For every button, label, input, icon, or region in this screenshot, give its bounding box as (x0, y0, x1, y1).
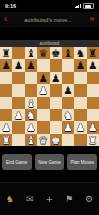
piece-white-king[interactable]: ♚ (50, 134, 62, 146)
tab-players-icon[interactable]: ✉ (26, 195, 34, 204)
resign-flag-icon[interactable]: ⚑ (89, 16, 95, 24)
piece-white-bishop[interactable]: ♝ (25, 97, 37, 109)
square-c5[interactable] (25, 84, 37, 96)
square-h6[interactable] (87, 72, 99, 84)
square-f2[interactable]: ♟ (62, 121, 74, 133)
signal-icon (75, 4, 81, 8)
piece-white-rook[interactable]: ♜ (87, 134, 99, 146)
square-h8[interactable]: ♜ (87, 47, 99, 59)
square-g7[interactable]: ♟ (74, 59, 86, 71)
square-c4[interactable]: ♝ (25, 97, 37, 109)
square-e7[interactable] (50, 59, 62, 71)
square-a3[interactable] (0, 109, 12, 121)
piece-black-bishop[interactable]: ♝ (25, 47, 37, 59)
square-a7[interactable]: ♟ (0, 59, 12, 71)
square-b6[interactable] (12, 72, 24, 84)
piece-white-queen[interactable]: ♛ (37, 134, 49, 146)
square-h3[interactable] (87, 109, 99, 121)
action-buttons: End Game New Game Plan Moves (0, 154, 99, 170)
square-g5[interactable] (74, 84, 86, 96)
square-d4[interactable] (37, 97, 49, 109)
square-g3[interactable] (74, 109, 86, 121)
square-g6[interactable] (74, 72, 86, 84)
app-screen: 9:16 ‹ autributsd's move... ⚑ autributsd… (0, 0, 99, 215)
square-h1[interactable]: ♜ (87, 134, 99, 146)
status-icons (75, 3, 94, 9)
square-e8[interactable]: ♚ (50, 47, 62, 59)
tab-new-game-icon[interactable]: + (45, 195, 53, 204)
square-a4[interactable] (0, 97, 12, 109)
piece-black-pawn[interactable]: ♟ (25, 59, 37, 71)
tab-challenges-icon[interactable]: ⚑ (65, 195, 73, 204)
piece-black-king[interactable]: ♚ (50, 47, 62, 59)
square-d1[interactable]: ♛ (37, 134, 49, 146)
square-a1[interactable]: ♜ (0, 134, 12, 146)
square-f8[interactable]: ♝ (62, 47, 74, 59)
piece-black-pawn[interactable]: ♟ (0, 59, 12, 71)
piece-black-pawn[interactable]: ♟ (74, 59, 86, 71)
tab-settings-icon[interactable]: ⚙ (85, 195, 93, 204)
tab-games-icon[interactable]: ♞ (6, 195, 14, 204)
piece-white-pawn[interactable]: ♟ (37, 84, 49, 96)
piece-black-knight[interactable]: ♞ (74, 47, 86, 59)
square-h2[interactable]: ♟ (87, 121, 99, 133)
square-g8[interactable]: ♞ (74, 47, 86, 59)
piece-white-pawn[interactable]: ♟ (12, 109, 24, 121)
chess-board[interactable]: ♜♝♛♚♝♞♜♟♟♟♟♟♟♟♟♟♝♟♞♞♟♟♟♟♟♜♝♛♚♜ (0, 47, 99, 146)
square-f6[interactable] (62, 72, 74, 84)
piece-white-knight[interactable]: ♞ (62, 109, 74, 121)
bottom-tab-bar: ♞✉+⚑⚙ (0, 182, 99, 215)
piece-black-pawn[interactable]: ♟ (37, 72, 49, 84)
end-game-button[interactable]: End Game (2, 154, 32, 170)
piece-white-pawn[interactable]: ♟ (25, 121, 37, 133)
piece-white-rook[interactable]: ♜ (0, 134, 12, 146)
square-b1[interactable] (12, 134, 24, 146)
square-c6[interactable] (25, 72, 37, 84)
square-e1[interactable]: ♚ (50, 134, 62, 146)
square-c8[interactable]: ♝ (25, 47, 37, 59)
piece-white-pawn[interactable]: ♟ (0, 121, 12, 133)
square-d6[interactable]: ♟ (37, 72, 49, 84)
opponent-bar: autributsd (0, 40, 99, 47)
nav-bar: ‹ autributsd's move... ⚑ (0, 12, 99, 27)
piece-black-rook[interactable]: ♜ (0, 47, 12, 59)
piece-black-pawn[interactable]: ♟ (62, 84, 74, 96)
square-d8[interactable]: ♛ (37, 47, 49, 59)
square-a6[interactable] (0, 72, 12, 84)
square-d3[interactable] (37, 109, 49, 121)
square-b3[interactable]: ♟ (12, 109, 24, 121)
page-title: autributsd's move... (7, 17, 88, 23)
square-c3[interactable]: ♞ (25, 109, 37, 121)
square-b2[interactable] (12, 121, 24, 133)
square-a5[interactable] (0, 84, 12, 96)
new-game-button[interactable]: New Game (35, 154, 65, 170)
square-g4[interactable] (74, 97, 86, 109)
piece-white-bishop[interactable]: ♝ (25, 134, 37, 146)
square-e2[interactable] (50, 121, 62, 133)
square-e3[interactable] (50, 109, 62, 121)
square-g2[interactable]: ♟ (74, 121, 86, 133)
square-f1[interactable] (62, 134, 74, 146)
square-c2[interactable]: ♟ (25, 121, 37, 133)
square-f7[interactable] (62, 59, 74, 71)
square-a2[interactable]: ♟ (0, 121, 12, 133)
square-f3[interactable]: ♞ (62, 109, 74, 121)
square-c1[interactable]: ♝ (25, 134, 37, 146)
square-d2[interactable] (37, 121, 49, 133)
square-f4[interactable] (62, 97, 74, 109)
square-d5[interactable]: ♟ (37, 84, 49, 96)
square-g1[interactable] (74, 134, 86, 146)
square-e6[interactable]: ♟ (50, 72, 62, 84)
square-e4[interactable] (50, 97, 62, 109)
piece-black-bishop[interactable]: ♝ (62, 47, 74, 59)
square-c7[interactable]: ♟ (25, 59, 37, 71)
piece-white-pawn[interactable]: ♟ (74, 121, 86, 133)
piece-white-pawn[interactable]: ♟ (62, 121, 74, 133)
piece-black-pawn[interactable]: ♟ (87, 59, 99, 71)
piece-black-rook[interactable]: ♜ (87, 47, 99, 59)
square-b7[interactable]: ♟ (12, 59, 24, 71)
battery-icon (83, 3, 94, 9)
square-b8[interactable] (12, 47, 24, 59)
square-h4[interactable] (87, 97, 99, 109)
square-b5[interactable] (12, 84, 24, 96)
piece-white-pawn[interactable]: ♟ (87, 121, 99, 133)
piece-black-pawn[interactable]: ♟ (12, 59, 24, 71)
piece-black-queen[interactable]: ♛ (37, 47, 49, 59)
square-h7[interactable]: ♟ (87, 59, 99, 71)
square-d7[interactable] (37, 59, 49, 71)
status-bar: 9:16 (0, 0, 99, 12)
opponent-name: autributsd (40, 41, 60, 46)
square-f5[interactable]: ♟ (62, 84, 74, 96)
plan-moves-button[interactable]: Plan Moves (67, 154, 97, 170)
square-a8[interactable]: ♜ (0, 47, 12, 59)
piece-white-knight[interactable]: ♞ (25, 109, 37, 121)
square-h5[interactable] (87, 84, 99, 96)
square-b4[interactable] (12, 97, 24, 109)
square-e5[interactable] (50, 84, 62, 96)
piece-black-pawn[interactable]: ♟ (50, 72, 62, 84)
status-time: 9:16 (5, 3, 16, 9)
